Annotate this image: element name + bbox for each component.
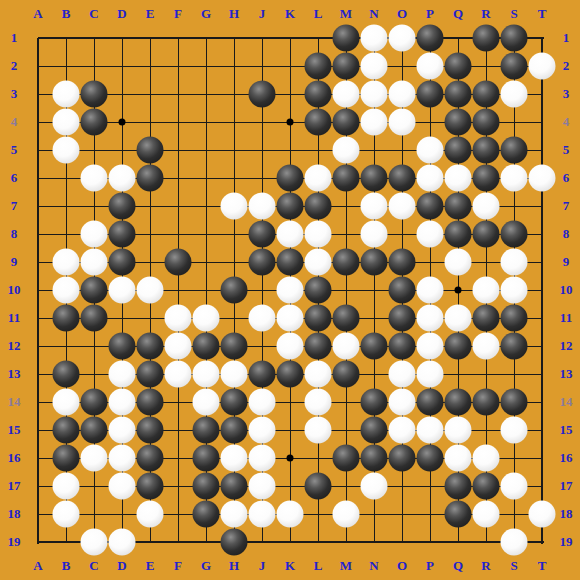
black-stone	[193, 501, 220, 528]
white-stone	[277, 333, 304, 360]
white-stone	[473, 445, 500, 472]
row-label-left: 5	[2, 142, 26, 158]
row-label-left: 18	[2, 506, 26, 522]
white-stone	[445, 305, 472, 332]
row-label-right: 15	[554, 422, 578, 438]
white-stone	[305, 417, 332, 444]
star-point	[287, 119, 294, 126]
col-label-top: D	[110, 6, 134, 22]
white-stone	[249, 417, 276, 444]
white-stone	[389, 389, 416, 416]
white-stone	[501, 249, 528, 276]
col-label-top: B	[54, 6, 78, 22]
black-stone	[221, 529, 248, 556]
col-label-bottom: C	[82, 558, 106, 574]
white-stone	[221, 445, 248, 472]
row-label-right: 4	[554, 114, 578, 130]
black-stone	[193, 445, 220, 472]
row-label-left: 3	[2, 86, 26, 102]
white-stone	[81, 445, 108, 472]
white-stone	[417, 361, 444, 388]
black-stone	[445, 333, 472, 360]
black-stone	[137, 417, 164, 444]
grid-hline	[38, 37, 544, 39]
black-stone	[193, 417, 220, 444]
black-stone	[137, 165, 164, 192]
col-label-top: P	[418, 6, 442, 22]
black-stone	[165, 249, 192, 276]
white-stone	[81, 221, 108, 248]
black-stone	[417, 81, 444, 108]
white-stone	[81, 529, 108, 556]
white-stone	[389, 417, 416, 444]
col-label-bottom: M	[334, 558, 358, 574]
go-board[interactable]: AABBCCDDEEFFGGHHJJKKLLMMNNOOPPQQRRSSTT11…	[0, 0, 580, 580]
white-stone	[277, 501, 304, 528]
white-stone	[389, 109, 416, 136]
col-label-top: F	[166, 6, 190, 22]
row-label-left: 7	[2, 198, 26, 214]
white-stone	[305, 249, 332, 276]
black-stone	[501, 53, 528, 80]
white-stone	[501, 529, 528, 556]
black-stone	[109, 221, 136, 248]
black-stone	[389, 445, 416, 472]
black-stone	[305, 333, 332, 360]
col-label-bottom: K	[278, 558, 302, 574]
white-stone	[501, 417, 528, 444]
black-stone	[81, 81, 108, 108]
white-stone	[109, 473, 136, 500]
black-stone	[473, 165, 500, 192]
white-stone	[221, 361, 248, 388]
row-label-right: 9	[554, 254, 578, 270]
col-label-top: N	[362, 6, 386, 22]
black-stone	[417, 445, 444, 472]
black-stone	[305, 193, 332, 220]
white-stone	[109, 361, 136, 388]
col-label-bottom: G	[194, 558, 218, 574]
white-stone	[417, 137, 444, 164]
black-stone	[305, 53, 332, 80]
white-stone	[417, 417, 444, 444]
black-stone	[305, 109, 332, 136]
black-stone	[361, 445, 388, 472]
white-stone	[53, 389, 80, 416]
col-label-bottom: O	[390, 558, 414, 574]
row-label-left: 15	[2, 422, 26, 438]
black-stone	[221, 473, 248, 500]
star-point	[119, 119, 126, 126]
col-label-bottom: E	[138, 558, 162, 574]
black-stone	[473, 473, 500, 500]
white-stone	[417, 277, 444, 304]
white-stone	[389, 361, 416, 388]
col-label-bottom: T	[530, 558, 554, 574]
white-stone	[501, 473, 528, 500]
white-stone	[417, 53, 444, 80]
black-stone	[501, 389, 528, 416]
black-stone	[417, 193, 444, 220]
black-stone	[445, 193, 472, 220]
white-stone	[445, 249, 472, 276]
white-stone	[389, 25, 416, 52]
black-stone	[249, 221, 276, 248]
black-stone	[137, 361, 164, 388]
col-label-top: K	[278, 6, 302, 22]
col-label-bottom: B	[54, 558, 78, 574]
black-stone	[389, 165, 416, 192]
black-stone	[53, 445, 80, 472]
white-stone	[193, 361, 220, 388]
white-stone	[137, 501, 164, 528]
black-stone	[445, 389, 472, 416]
white-stone	[137, 277, 164, 304]
black-stone	[501, 137, 528, 164]
col-label-top: J	[250, 6, 274, 22]
black-stone	[473, 81, 500, 108]
white-stone	[221, 501, 248, 528]
white-stone	[333, 81, 360, 108]
black-stone	[277, 165, 304, 192]
col-label-top: E	[138, 6, 162, 22]
black-stone	[445, 501, 472, 528]
white-stone	[277, 277, 304, 304]
black-stone	[445, 473, 472, 500]
white-stone	[361, 109, 388, 136]
black-stone	[221, 389, 248, 416]
black-stone	[361, 249, 388, 276]
black-stone	[305, 277, 332, 304]
white-stone	[501, 277, 528, 304]
white-stone	[81, 165, 108, 192]
black-stone	[445, 53, 472, 80]
row-label-left: 12	[2, 338, 26, 354]
black-stone	[473, 221, 500, 248]
col-label-top: R	[474, 6, 498, 22]
col-label-bottom: N	[362, 558, 386, 574]
col-label-top: O	[390, 6, 414, 22]
white-stone	[249, 445, 276, 472]
white-stone	[277, 221, 304, 248]
row-label-right: 14	[554, 394, 578, 410]
white-stone	[361, 81, 388, 108]
white-stone	[53, 81, 80, 108]
white-stone	[333, 333, 360, 360]
row-label-right: 12	[554, 338, 578, 354]
black-stone	[445, 137, 472, 164]
row-label-left: 8	[2, 226, 26, 242]
black-stone	[305, 473, 332, 500]
row-label-left: 2	[2, 58, 26, 74]
col-label-bottom: D	[110, 558, 134, 574]
white-stone	[109, 389, 136, 416]
black-stone	[277, 193, 304, 220]
white-stone	[249, 501, 276, 528]
black-stone	[81, 109, 108, 136]
col-label-top: T	[530, 6, 554, 22]
black-stone	[473, 109, 500, 136]
white-stone	[361, 473, 388, 500]
black-stone	[389, 249, 416, 276]
black-stone	[137, 389, 164, 416]
row-label-right: 8	[554, 226, 578, 242]
black-stone	[333, 305, 360, 332]
col-label-top: M	[334, 6, 358, 22]
white-stone	[81, 249, 108, 276]
white-stone	[53, 277, 80, 304]
black-stone	[501, 221, 528, 248]
white-stone	[501, 81, 528, 108]
row-label-left: 4	[2, 114, 26, 130]
white-stone	[109, 445, 136, 472]
black-stone	[501, 305, 528, 332]
col-label-bottom: R	[474, 558, 498, 574]
white-stone	[305, 361, 332, 388]
white-stone	[417, 333, 444, 360]
black-stone	[333, 249, 360, 276]
white-stone	[53, 473, 80, 500]
black-stone	[333, 25, 360, 52]
white-stone	[445, 445, 472, 472]
white-stone	[53, 501, 80, 528]
black-stone	[81, 417, 108, 444]
white-stone	[473, 193, 500, 220]
row-label-right: 19	[554, 534, 578, 550]
white-stone	[277, 305, 304, 332]
grid-vline	[37, 38, 39, 544]
white-stone	[417, 305, 444, 332]
white-stone	[53, 109, 80, 136]
black-stone	[473, 137, 500, 164]
white-stone	[389, 193, 416, 220]
col-label-top: G	[194, 6, 218, 22]
col-label-bottom: P	[418, 558, 442, 574]
white-stone	[109, 417, 136, 444]
black-stone	[277, 249, 304, 276]
row-label-right: 6	[554, 170, 578, 186]
row-label-right: 7	[554, 198, 578, 214]
white-stone	[53, 137, 80, 164]
black-stone	[109, 193, 136, 220]
black-stone	[333, 361, 360, 388]
black-stone	[249, 249, 276, 276]
col-label-top: H	[222, 6, 246, 22]
black-stone	[333, 165, 360, 192]
white-stone	[109, 165, 136, 192]
black-stone	[221, 333, 248, 360]
black-stone	[81, 305, 108, 332]
black-stone	[445, 221, 472, 248]
star-point	[455, 287, 462, 294]
row-label-right: 1	[554, 30, 578, 46]
white-stone	[221, 193, 248, 220]
black-stone	[81, 389, 108, 416]
white-stone	[529, 53, 556, 80]
white-stone	[165, 361, 192, 388]
white-stone	[361, 221, 388, 248]
col-label-bottom: F	[166, 558, 190, 574]
white-stone	[249, 305, 276, 332]
col-label-bottom: J	[250, 558, 274, 574]
white-stone	[165, 333, 192, 360]
white-stone	[109, 277, 136, 304]
black-stone	[109, 333, 136, 360]
white-stone	[333, 501, 360, 528]
black-stone	[137, 473, 164, 500]
black-stone	[389, 277, 416, 304]
black-stone	[221, 277, 248, 304]
black-stone	[361, 165, 388, 192]
black-stone	[473, 305, 500, 332]
black-stone	[221, 417, 248, 444]
white-stone	[249, 389, 276, 416]
black-stone	[305, 81, 332, 108]
black-stone	[137, 333, 164, 360]
white-stone	[389, 81, 416, 108]
white-stone	[53, 249, 80, 276]
black-stone	[277, 361, 304, 388]
row-label-left: 13	[2, 366, 26, 382]
black-stone	[501, 333, 528, 360]
white-stone	[249, 473, 276, 500]
col-label-bottom: H	[222, 558, 246, 574]
black-stone	[333, 109, 360, 136]
col-label-top: L	[306, 6, 330, 22]
white-stone	[445, 417, 472, 444]
black-stone	[445, 81, 472, 108]
row-label-right: 11	[554, 310, 578, 326]
col-label-top: A	[26, 6, 50, 22]
row-label-right: 5	[554, 142, 578, 158]
black-stone	[53, 361, 80, 388]
white-stone	[165, 305, 192, 332]
white-stone	[361, 53, 388, 80]
white-stone	[361, 193, 388, 220]
white-stone	[361, 25, 388, 52]
white-stone	[417, 165, 444, 192]
row-label-right: 13	[554, 366, 578, 382]
row-label-right: 16	[554, 450, 578, 466]
col-label-top: S	[502, 6, 526, 22]
white-stone	[249, 193, 276, 220]
white-stone	[305, 221, 332, 248]
col-label-bottom: L	[306, 558, 330, 574]
row-label-right: 10	[554, 282, 578, 298]
black-stone	[249, 361, 276, 388]
black-stone	[137, 137, 164, 164]
white-stone	[529, 165, 556, 192]
black-stone	[53, 305, 80, 332]
col-label-bottom: A	[26, 558, 50, 574]
white-stone	[109, 529, 136, 556]
white-stone	[193, 305, 220, 332]
black-stone	[249, 81, 276, 108]
white-stone	[473, 277, 500, 304]
black-stone	[473, 25, 500, 52]
black-stone	[109, 249, 136, 276]
row-label-right: 2	[554, 58, 578, 74]
black-stone	[389, 333, 416, 360]
black-stone	[445, 109, 472, 136]
white-stone	[305, 389, 332, 416]
grid-vline	[541, 38, 543, 544]
row-label-left: 11	[2, 310, 26, 326]
black-stone	[81, 277, 108, 304]
white-stone	[501, 165, 528, 192]
row-label-left: 17	[2, 478, 26, 494]
black-stone	[473, 389, 500, 416]
row-label-left: 16	[2, 450, 26, 466]
row-label-right: 17	[554, 478, 578, 494]
black-stone	[361, 389, 388, 416]
white-stone	[417, 221, 444, 248]
col-label-top: Q	[446, 6, 470, 22]
black-stone	[53, 417, 80, 444]
black-stone	[361, 333, 388, 360]
black-stone	[417, 25, 444, 52]
black-stone	[305, 305, 332, 332]
black-stone	[333, 445, 360, 472]
col-label-bottom: Q	[446, 558, 470, 574]
white-stone	[529, 501, 556, 528]
black-stone	[417, 389, 444, 416]
black-stone	[193, 473, 220, 500]
white-stone	[445, 165, 472, 192]
black-stone	[501, 25, 528, 52]
black-stone	[193, 333, 220, 360]
black-stone	[333, 53, 360, 80]
row-label-left: 9	[2, 254, 26, 270]
col-label-top: C	[82, 6, 106, 22]
black-stone	[137, 445, 164, 472]
col-label-bottom: S	[502, 558, 526, 574]
row-label-left: 14	[2, 394, 26, 410]
row-label-left: 1	[2, 30, 26, 46]
row-label-left: 6	[2, 170, 26, 186]
white-stone	[193, 389, 220, 416]
row-label-left: 10	[2, 282, 26, 298]
row-label-right: 3	[554, 86, 578, 102]
white-stone	[333, 137, 360, 164]
row-label-right: 18	[554, 506, 578, 522]
white-stone	[473, 501, 500, 528]
black-stone	[389, 305, 416, 332]
black-stone	[361, 417, 388, 444]
white-stone	[473, 333, 500, 360]
star-point	[287, 455, 294, 462]
row-label-left: 19	[2, 534, 26, 550]
white-stone	[305, 165, 332, 192]
